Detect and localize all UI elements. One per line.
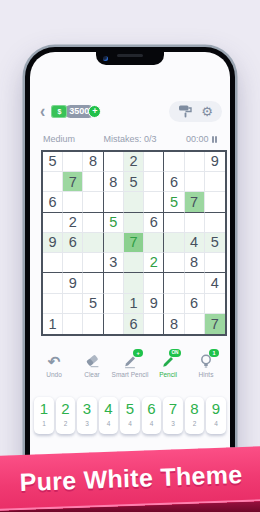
cell-r3c7[interactable]: 5 xyxy=(164,192,184,212)
cell-r2c7[interactable]: 6 xyxy=(164,172,184,192)
cell-r1c5[interactable]: 2 xyxy=(124,152,144,172)
cell-r1c4[interactable] xyxy=(104,152,124,172)
cell-r7c6[interactable] xyxy=(144,273,164,293)
numpad-count: 1 xyxy=(42,420,46,427)
cell-r1c2[interactable] xyxy=(63,152,83,172)
numpad-count: 4 xyxy=(214,420,218,427)
pause-icon[interactable] xyxy=(212,136,218,143)
cell-r2c6[interactable] xyxy=(144,172,164,192)
info-bar: Medium Mistakes: 0/3 00:00 xyxy=(43,133,217,145)
numpad-1[interactable]: 11 xyxy=(34,397,54,434)
cell-r5c1[interactable]: 9 xyxy=(43,233,63,253)
numpad-8[interactable]: 82 xyxy=(185,397,205,434)
cell-r4c8[interactable] xyxy=(185,213,205,233)
cell-r9c8[interactable] xyxy=(185,314,205,334)
cell-r4c7[interactable] xyxy=(164,213,184,233)
cell-r1c8[interactable] xyxy=(185,152,205,172)
undo-button[interactable]: ↶ Undo xyxy=(35,352,73,388)
cell-r6c6[interactable]: 2 xyxy=(144,253,164,273)
cell-r3c6[interactable] xyxy=(144,192,164,212)
cell-r5c8[interactable]: 4 xyxy=(185,233,205,253)
numpad-count: 3 xyxy=(171,420,175,427)
cell-r3c3[interactable] xyxy=(83,192,103,212)
cell-r3c4[interactable] xyxy=(104,192,124,212)
clear-button[interactable]: Clear xyxy=(73,352,111,388)
numpad-4[interactable]: 44 xyxy=(99,397,119,434)
cell-r6c8[interactable]: 8 xyxy=(185,253,205,273)
phone-screen: ‹ $ 3500 + ⚙ xyxy=(30,52,230,507)
pencil-icon: ON xyxy=(160,352,176,369)
top-bar: ‹ $ 3500 + ⚙ xyxy=(38,100,222,122)
cell-r9c9[interactable]: 7 xyxy=(205,314,225,334)
timer-label: 00:00 xyxy=(186,134,209,144)
cell-r2c1[interactable] xyxy=(43,172,63,192)
cell-r4c9[interactable] xyxy=(205,213,225,233)
cell-r8c9[interactable] xyxy=(205,294,225,314)
cell-r2c3[interactable] xyxy=(83,172,103,192)
topbar-icon-pill: ⚙ xyxy=(169,101,222,122)
hints-button[interactable]: 1 Hints xyxy=(187,352,225,388)
cell-r8c1[interactable] xyxy=(43,294,63,314)
cell-r4c4[interactable]: 5 xyxy=(104,213,124,233)
phone-frame: ‹ $ 3500 + ⚙ xyxy=(25,47,235,512)
numpad-6[interactable]: 64 xyxy=(142,397,162,434)
cell-r9c6[interactable] xyxy=(144,314,164,334)
cell-r5c4[interactable] xyxy=(104,233,124,253)
numpad-digit: 5 xyxy=(126,400,134,417)
smart-pencil-button[interactable]: + Smart Pencil xyxy=(111,352,149,388)
cell-r6c4[interactable]: 3 xyxy=(104,253,124,273)
gear-icon[interactable]: ⚙ xyxy=(201,105,213,118)
numpad-2[interactable]: 22 xyxy=(56,397,76,434)
cell-r6c9[interactable] xyxy=(205,253,225,273)
cell-r8c6[interactable]: 9 xyxy=(144,294,164,314)
hints-badge: 1 xyxy=(209,349,219,357)
cell-r1c3[interactable]: 8 xyxy=(83,152,103,172)
numpad-3[interactable]: 33 xyxy=(77,397,97,434)
cash-icon: $ xyxy=(51,105,67,118)
numpad-digit: 4 xyxy=(104,400,112,417)
numpad-count: 2 xyxy=(193,420,197,427)
cell-r2c8[interactable] xyxy=(185,172,205,192)
cell-r6c3[interactable] xyxy=(83,253,103,273)
cell-r6c2[interactable] xyxy=(63,253,83,273)
cell-r9c5[interactable]: 6 xyxy=(124,314,144,334)
bulb-icon: 1 xyxy=(198,352,214,369)
smart-pencil-badge: + xyxy=(133,349,143,357)
speaker-slit xyxy=(117,54,143,57)
cell-r7c8[interactable] xyxy=(185,273,205,293)
cell-r1c1[interactable]: 5 xyxy=(43,152,63,172)
cell-r4c6[interactable]: 6 xyxy=(144,213,164,233)
cell-r7c5[interactable] xyxy=(124,273,144,293)
numpad-digit: 8 xyxy=(190,400,198,417)
cell-r3c9[interactable] xyxy=(205,192,225,212)
cell-r5c5[interactable]: 7 xyxy=(124,233,144,253)
marketing-screenshot: ‹ $ 3500 + ⚙ xyxy=(0,0,260,512)
cell-r5c6[interactable] xyxy=(144,233,164,253)
cell-r7c3[interactable] xyxy=(83,273,103,293)
numpad-count: 3 xyxy=(85,420,89,427)
cell-r4c1[interactable] xyxy=(43,213,63,233)
numpad-5[interactable]: 54 xyxy=(120,397,140,434)
sudoku-board: 58297856657256967453289451961687 xyxy=(41,150,227,336)
add-coins-button[interactable]: + xyxy=(88,105,101,118)
cell-r6c5[interactable] xyxy=(124,253,144,273)
cell-r5c9[interactable]: 5 xyxy=(205,233,225,253)
numpad-digit: 3 xyxy=(83,400,91,417)
cell-r3c8[interactable]: 7 xyxy=(185,192,205,212)
cell-r7c1[interactable] xyxy=(43,273,63,293)
cell-r1c7[interactable] xyxy=(164,152,184,172)
number-pad: 112233445464738294 xyxy=(34,397,226,434)
cell-r5c2[interactable]: 6 xyxy=(63,233,83,253)
smart-pencil-icon: + xyxy=(122,352,138,369)
cell-r7c2[interactable]: 9 xyxy=(63,273,83,293)
coin-counter[interactable]: $ 3500 + xyxy=(51,105,101,118)
toolbar: ↶ Undo Clear xyxy=(35,352,225,388)
cell-r1c9[interactable]: 9 xyxy=(205,152,225,172)
numpad-digit: 7 xyxy=(169,400,177,417)
cell-r3c2[interactable] xyxy=(63,192,83,212)
eraser-icon xyxy=(84,352,100,369)
cell-r5c3[interactable] xyxy=(83,233,103,253)
numpad-digit: 6 xyxy=(147,400,155,417)
numpad-count: 2 xyxy=(64,420,68,427)
cell-r2c5[interactable]: 5 xyxy=(124,172,144,192)
theme-banner: Pure White Theme xyxy=(0,446,260,511)
cell-r9c4[interactable] xyxy=(104,314,124,334)
cell-r2c9[interactable] xyxy=(205,172,225,192)
cell-r3c1[interactable]: 6 xyxy=(43,192,63,212)
cell-r2c4[interactable]: 8 xyxy=(104,172,124,192)
pencil-button[interactable]: ON Pencil xyxy=(149,352,187,388)
paint-roller-icon[interactable] xyxy=(178,104,192,118)
cell-r4c3[interactable] xyxy=(83,213,103,233)
cell-r7c4[interactable] xyxy=(104,273,124,293)
phone-notch xyxy=(96,52,164,65)
cell-r8c4[interactable] xyxy=(104,294,124,314)
cell-r7c7[interactable] xyxy=(164,273,184,293)
cell-r8c7[interactable] xyxy=(164,294,184,314)
cell-r8c2[interactable] xyxy=(63,294,83,314)
cell-r4c2[interactable]: 2 xyxy=(63,213,83,233)
numpad-digit: 2 xyxy=(61,400,69,417)
banner-text: Pure White Theme xyxy=(19,460,243,497)
numpad-7[interactable]: 73 xyxy=(163,397,183,434)
back-chevron-icon[interactable]: ‹ xyxy=(40,99,45,123)
cell-r9c2[interactable] xyxy=(63,314,83,334)
numpad-count: 4 xyxy=(150,420,154,427)
numpad-digit: 9 xyxy=(212,400,220,417)
cell-r6c7[interactable] xyxy=(164,253,184,273)
numpad-9[interactable]: 94 xyxy=(206,397,226,434)
cell-r4c5[interactable] xyxy=(124,213,144,233)
cell-r8c3[interactable]: 5 xyxy=(83,294,103,314)
cell-r8c5[interactable]: 1 xyxy=(124,294,144,314)
cell-r7c9[interactable]: 4 xyxy=(205,273,225,293)
cell-r6c1[interactable] xyxy=(43,253,63,273)
numpad-count: 4 xyxy=(107,420,111,427)
undo-icon: ↶ xyxy=(48,354,61,369)
cell-r2c2[interactable]: 7 xyxy=(63,172,83,192)
camera-dot xyxy=(103,56,108,61)
cell-r3c5[interactable] xyxy=(124,192,144,212)
cell-r9c3[interactable] xyxy=(83,314,103,334)
numpad-digit: 1 xyxy=(40,400,48,417)
cell-r9c7[interactable]: 8 xyxy=(164,314,184,334)
cell-r9c1[interactable]: 1 xyxy=(43,314,63,334)
cell-r1c6[interactable] xyxy=(144,152,164,172)
cell-r8c8[interactable]: 6 xyxy=(185,294,205,314)
numpad-count: 4 xyxy=(128,420,132,427)
cell-r5c7[interactable] xyxy=(164,233,184,253)
pencil-on-badge: ON xyxy=(169,349,181,357)
